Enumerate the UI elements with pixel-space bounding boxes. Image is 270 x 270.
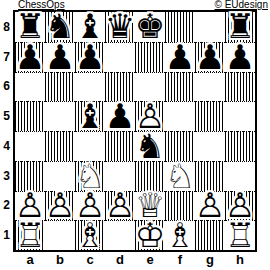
file-label-b: b xyxy=(45,252,75,266)
file-label-e: e xyxy=(135,252,165,266)
piece-glyph-fill: ♟ xyxy=(165,43,195,72)
piece-black-pawn[interactable]: ♟ xyxy=(225,43,255,72)
rank-label-3: 3 xyxy=(0,161,13,191)
piece-white-king[interactable]: ♚♔ xyxy=(135,221,165,250)
square-f5[interactable] xyxy=(165,101,195,131)
square-f6[interactable] xyxy=(165,72,195,102)
square-g1[interactable] xyxy=(195,220,225,250)
chess-board: ♜♞♝♛♚♜♟♟♟♟♟♟♝♟♟♙♞♞♘♞♘♟♙♟♙♟♙♟♙♛♕♟♙♟♙♜♖♝♗♚… xyxy=(13,10,257,252)
square-g6[interactable] xyxy=(195,72,225,102)
piece-black-pawn[interactable]: ♟ xyxy=(195,43,225,72)
piece-glyph-fill: ♛ xyxy=(105,12,135,42)
square-e1[interactable]: ♚♔ xyxy=(135,220,165,250)
piece-black-queen[interactable]: ♛ xyxy=(105,12,135,42)
square-d5[interactable]: ♟ xyxy=(105,101,135,131)
square-b6[interactable] xyxy=(45,72,75,102)
square-b5[interactable] xyxy=(45,101,75,131)
square-g7[interactable]: ♟ xyxy=(195,42,225,72)
square-d7[interactable] xyxy=(105,42,135,72)
piece-glyph-fill: ♝ xyxy=(75,102,105,131)
rank-label-1: 1 xyxy=(0,220,13,250)
piece-glyph-outline: ♖ xyxy=(225,221,255,250)
square-a7[interactable]: ♟ xyxy=(15,42,45,72)
square-a5[interactable] xyxy=(15,101,45,131)
square-d8[interactable]: ♛ xyxy=(105,12,135,42)
square-a1[interactable]: ♜♖ xyxy=(15,220,45,250)
piece-black-knight[interactable]: ♞ xyxy=(135,132,165,161)
piece-glyph-outline: ♔ xyxy=(135,221,165,250)
board-grid: ♜♞♝♛♚♜♟♟♟♟♟♟♝♟♟♙♞♞♘♞♘♟♙♟♙♟♙♟♙♛♕♟♙♟♙♜♖♝♗♚… xyxy=(15,12,255,250)
square-a4[interactable] xyxy=(15,131,45,161)
piece-glyph-fill: ♞ xyxy=(135,132,165,161)
piece-glyph-fill: ♟ xyxy=(15,43,45,72)
piece-glyph-outline: ♖ xyxy=(15,221,45,250)
square-b2[interactable]: ♟♙ xyxy=(45,191,75,221)
piece-black-pawn[interactable]: ♟ xyxy=(165,43,195,72)
piece-glyph-fill: ♟ xyxy=(225,43,255,72)
piece-black-bishop[interactable]: ♝ xyxy=(75,102,105,131)
piece-white-rook[interactable]: ♜♖ xyxy=(225,221,255,250)
rank-label-7: 7 xyxy=(0,42,13,72)
piece-glyph-fill: ♟ xyxy=(75,43,105,72)
rank-label-6: 6 xyxy=(0,72,13,102)
square-e8[interactable]: ♚ xyxy=(135,12,165,42)
square-c7[interactable]: ♟ xyxy=(75,42,105,72)
square-h6[interactable] xyxy=(225,72,255,102)
piece-glyph-outline: ♙ xyxy=(195,192,225,221)
square-f3[interactable]: ♞♘ xyxy=(165,161,195,191)
square-a6[interactable] xyxy=(15,72,45,102)
piece-black-pawn[interactable]: ♟ xyxy=(105,102,135,131)
square-h7[interactable]: ♟ xyxy=(225,42,255,72)
piece-glyph-outline: ♙ xyxy=(105,192,135,221)
piece-glyph-outline: ♙ xyxy=(45,192,75,221)
piece-black-pawn[interactable]: ♟ xyxy=(45,43,75,72)
square-g4[interactable] xyxy=(195,131,225,161)
square-f1[interactable]: ♝♗ xyxy=(165,220,195,250)
square-f7[interactable]: ♟ xyxy=(165,42,195,72)
piece-white-knight[interactable]: ♞♘ xyxy=(165,162,195,191)
square-h4[interactable] xyxy=(225,131,255,161)
piece-white-bishop[interactable]: ♝♗ xyxy=(75,221,105,250)
piece-glyph-fill: ♟ xyxy=(105,102,135,131)
square-d4[interactable] xyxy=(105,131,135,161)
piece-glyph-fill: ♟ xyxy=(195,43,225,72)
square-c5[interactable]: ♝ xyxy=(75,101,105,131)
square-e7[interactable] xyxy=(135,42,165,72)
piece-glyph-outline: ♗ xyxy=(75,221,105,250)
square-g5[interactable] xyxy=(195,101,225,131)
square-d2[interactable]: ♟♙ xyxy=(105,191,135,221)
rank-label-5: 5 xyxy=(0,101,13,131)
piece-white-pawn[interactable]: ♟♙ xyxy=(195,192,225,221)
file-label-a: a xyxy=(15,252,45,266)
square-b1[interactable] xyxy=(45,220,75,250)
square-h5[interactable] xyxy=(225,101,255,131)
square-d1[interactable] xyxy=(105,220,135,250)
file-label-f: f xyxy=(165,252,195,266)
piece-black-pawn[interactable]: ♟ xyxy=(15,43,45,72)
rank-label-2: 2 xyxy=(0,191,13,221)
piece-white-rook[interactable]: ♜♖ xyxy=(15,221,45,250)
file-label-h: h xyxy=(225,252,255,266)
file-label-g: g xyxy=(195,252,225,266)
rank-label-8: 8 xyxy=(0,12,13,42)
file-label-d: d xyxy=(105,252,135,266)
square-b7[interactable]: ♟ xyxy=(45,42,75,72)
piece-white-pawn[interactable]: ♟♙ xyxy=(45,192,75,221)
piece-white-pawn[interactable]: ♟♙ xyxy=(105,192,135,221)
piece-white-bishop[interactable]: ♝♗ xyxy=(165,221,195,250)
file-labels: abcdefgh xyxy=(15,252,255,266)
rank-labels: 87654321 xyxy=(0,12,13,250)
square-c1[interactable]: ♝♗ xyxy=(75,220,105,250)
piece-black-pawn[interactable]: ♟ xyxy=(75,43,105,72)
piece-black-king[interactable]: ♚ xyxy=(135,12,165,42)
piece-glyph-fill: ♟ xyxy=(45,43,75,72)
piece-glyph-fill: ♚ xyxy=(135,12,165,42)
piece-glyph-outline: ♘ xyxy=(165,162,195,191)
square-b4[interactable] xyxy=(45,131,75,161)
piece-glyph-outline: ♗ xyxy=(165,221,195,250)
square-h1[interactable]: ♜♖ xyxy=(225,220,255,250)
rank-label-4: 4 xyxy=(0,131,13,161)
file-label-c: c xyxy=(75,252,105,266)
square-e4[interactable]: ♞ xyxy=(135,131,165,161)
square-g2[interactable]: ♟♙ xyxy=(195,191,225,221)
